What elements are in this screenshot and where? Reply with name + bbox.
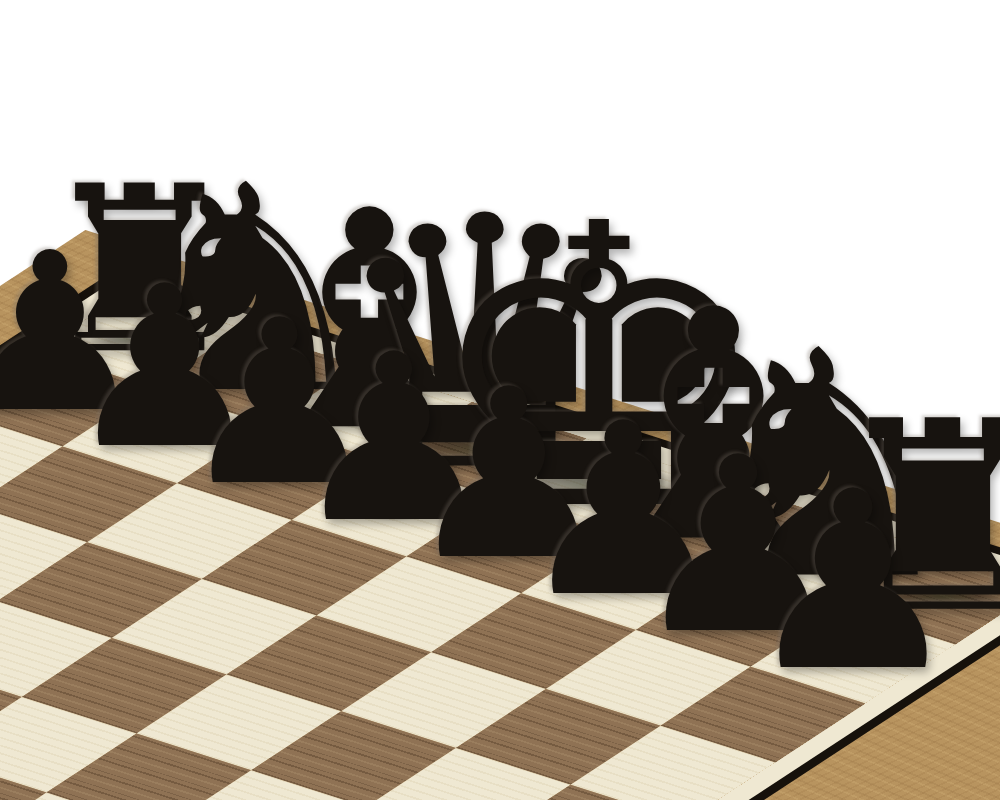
chess-set-photo: ♜♞♝♛♚♝♞♜♟♟♟♟♟♟♟♟: [0, 0, 1000, 800]
chess-board-frame: [0, 230, 1000, 800]
chess-board: [0, 292, 1000, 800]
